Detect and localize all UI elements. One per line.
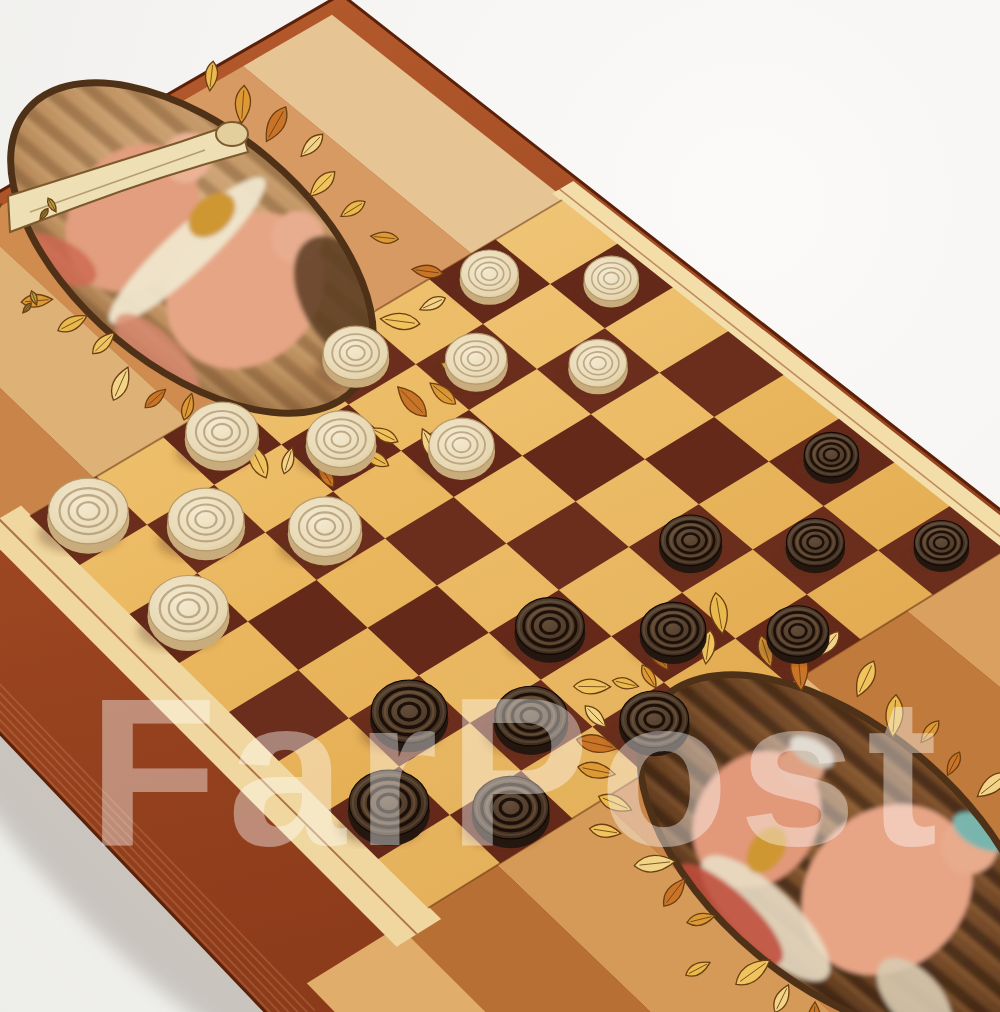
checkers-product-photo: FarPost bbox=[0, 0, 1000, 1012]
scroll-banner-roll bbox=[216, 122, 248, 146]
scene-canvas: FarPost bbox=[0, 0, 1000, 1012]
farpost-watermark: FarPost bbox=[88, 653, 947, 890]
